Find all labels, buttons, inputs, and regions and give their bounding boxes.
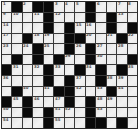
cell-r7c11[interactable]: [107, 65, 116, 75]
cell-r3c10[interactable]: [96, 23, 105, 33]
cell-r10c11[interactable]: 49: [107, 97, 116, 107]
cell-r10c10[interactable]: 48: [96, 97, 105, 107]
cell-r6c12[interactable]: [117, 55, 126, 65]
cell-r7c13[interactable]: 35: [128, 65, 137, 75]
clue-number: 33: [55, 65, 60, 69]
crossword-grid: 1234567891011121314151617181920212223242…: [1, 1, 138, 129]
clue-number: 18: [34, 33, 39, 37]
blocked-cell-r1c9: [86, 2, 95, 12]
cell-r3c12[interactable]: [117, 23, 126, 33]
blocked-cell-r6c6: [54, 55, 63, 65]
cell-r6c8[interactable]: [75, 55, 84, 65]
cell-r7c7[interactable]: [65, 65, 74, 75]
clue-number: 9: [3, 12, 6, 16]
cell-r8c4[interactable]: [33, 76, 42, 86]
cell-r6c5[interactable]: [44, 55, 53, 65]
blocked-cell-r6c13: [128, 55, 137, 65]
blocked-cell-r3c5: [44, 23, 53, 33]
cell-r12c8[interactable]: [75, 118, 84, 128]
cell-r4c4[interactable]: 18: [33, 34, 42, 44]
cell-r9c13[interactable]: [128, 87, 137, 97]
cell-r9c8[interactable]: 42: [75, 87, 84, 97]
cell-r8c3[interactable]: [23, 76, 32, 86]
blocked-cell-r8c7: [65, 76, 74, 86]
cell-r1c3[interactable]: 2: [23, 2, 32, 12]
cell-r8c6[interactable]: [54, 76, 63, 86]
cell-r10c6[interactable]: 47: [54, 97, 63, 107]
cell-r1c12[interactable]: 7: [117, 2, 126, 12]
clue-number: 30: [97, 54, 102, 58]
clue-number: 17: [3, 33, 8, 37]
clue-number: 40: [23, 86, 28, 90]
clue-number: 48: [97, 97, 102, 101]
clue-number: 43: [97, 86, 102, 90]
blocked-cell-r2c11: [107, 13, 116, 23]
clue-number: 19: [44, 33, 49, 37]
cell-r9c9[interactable]: [86, 87, 95, 97]
cell-r1c8[interactable]: 5: [75, 2, 84, 12]
clue-number: 25: [44, 44, 49, 48]
blocked-cell-r7c12: [117, 65, 126, 75]
clue-number: 16: [86, 23, 91, 27]
clue-number: 2: [23, 2, 26, 6]
blocked-cell-r9c11: [107, 87, 116, 97]
clue-number: 21: [107, 33, 112, 37]
cell-r4c13[interactable]: 22: [128, 34, 137, 44]
clue-number: 36: [3, 76, 8, 80]
cell-r4c5[interactable]: 19: [44, 34, 53, 44]
cell-r3c6[interactable]: [54, 23, 63, 33]
cell-r6c3[interactable]: [23, 55, 32, 65]
cell-r9c5[interactable]: 41: [44, 87, 53, 97]
blocked-cell-r8c5: [44, 76, 53, 86]
cell-r6c10[interactable]: 30: [96, 55, 105, 65]
cell-r1c11[interactable]: [107, 2, 116, 12]
blocked-cell-r10c9: [86, 97, 95, 107]
cell-r9c3[interactable]: 40: [23, 87, 32, 97]
cell-r8c11[interactable]: 38: [107, 76, 116, 86]
blocked-cell-r2c9: [86, 13, 95, 23]
blocked-cell-r3c7: [65, 23, 74, 33]
clue-number: 37: [76, 76, 81, 80]
clue-number: 44: [118, 86, 123, 90]
cell-r8c8[interactable]: 37: [75, 76, 84, 86]
cell-r7c9[interactable]: 34: [86, 65, 95, 75]
blocked-cell-r1c4: [33, 2, 42, 12]
clue-number: 8: [128, 2, 131, 6]
cell-r8c1[interactable]: 36: [2, 76, 11, 86]
blocked-cell-r4c7: [65, 34, 74, 44]
cell-r7c3[interactable]: [23, 65, 32, 75]
blocked-cell-r6c2: [12, 55, 21, 65]
cell-r2c2[interactable]: 10: [12, 13, 21, 23]
cell-r11c8[interactable]: [75, 108, 84, 118]
clue-number: 35: [128, 65, 133, 69]
clue-number: 34: [86, 65, 91, 69]
cell-r1c13[interactable]: 8: [128, 2, 137, 12]
blocked-cell-r4c3: [23, 34, 32, 44]
cell-r8c12[interactable]: 39: [117, 76, 126, 86]
clue-number: 39: [118, 76, 123, 80]
blocked-cell-r5c9: [86, 44, 95, 54]
cell-r10c8[interactable]: [75, 97, 84, 107]
cell-r1c1[interactable]: 1: [2, 2, 11, 12]
cell-r1c6[interactable]: 3: [54, 2, 63, 12]
blocked-cell-r10c3: [23, 97, 32, 107]
cell-r2c12[interactable]: 13: [117, 13, 126, 23]
cell-r5c13[interactable]: [128, 44, 137, 54]
blocked-cell-r7c5: [44, 65, 53, 75]
blocked-cell-r9c6: [54, 87, 63, 97]
clue-number: 38: [107, 76, 112, 80]
cell-r8c9[interactable]: [86, 76, 95, 86]
blocked-cell-r7c10: [96, 65, 105, 75]
cell-r7c4[interactable]: 32: [33, 65, 42, 75]
cell-r7c2[interactable]: 31: [12, 65, 21, 75]
cell-r12c1[interactable]: 54: [2, 118, 11, 128]
clue-number: 46: [34, 97, 39, 101]
cell-r2c6[interactable]: 12: [54, 13, 63, 23]
blocked-cell-r12c5: [44, 118, 53, 128]
cell-r8c13[interactable]: [128, 76, 137, 86]
cell-r2c10[interactable]: [96, 13, 105, 23]
cell-r2c8[interactable]: [75, 13, 84, 23]
cell-r2c1[interactable]: 9: [2, 13, 11, 23]
clue-number: 52: [65, 107, 70, 111]
cell-r11c7[interactable]: 52: [65, 108, 74, 118]
cell-r5c1[interactable]: 23: [2, 44, 11, 54]
blocked-cell-r4c8: [75, 34, 84, 44]
cell-r12c4[interactable]: [33, 118, 42, 128]
blocked-cell-r7c8: [75, 65, 84, 75]
cell-r1c10[interactable]: 6: [96, 2, 105, 12]
cell-r11c10[interactable]: 53: [96, 108, 105, 118]
clue-number: 42: [76, 86, 81, 90]
cell-r5c3[interactable]: 24: [23, 44, 32, 54]
cell-r12c3[interactable]: [23, 118, 32, 128]
cell-r5c12[interactable]: 28: [117, 44, 126, 54]
clue-number: 14: [3, 23, 8, 27]
clue-number: 53: [97, 107, 102, 111]
cell-r2c3[interactable]: [23, 13, 32, 23]
cell-r9c10[interactable]: 43: [96, 87, 105, 97]
cell-r6c1[interactable]: [2, 55, 11, 65]
blocked-cell-r8c10: [96, 76, 105, 86]
cell-r10c12[interactable]: [117, 97, 126, 107]
cell-r4c11[interactable]: 21: [107, 34, 116, 44]
cell-r4c1[interactable]: 17: [2, 34, 11, 44]
blocked-cell-r12c10: [96, 118, 105, 128]
clue-number: 49: [107, 97, 112, 101]
blocked-cell-r1c5: [44, 2, 53, 12]
cell-r4c10[interactable]: [96, 34, 105, 44]
cell-r3c9[interactable]: 16: [86, 23, 95, 33]
clue-number: 24: [23, 44, 28, 48]
cell-r2c4[interactable]: 11: [33, 13, 42, 23]
cell-r5c11[interactable]: [107, 44, 116, 54]
clue-number: 12: [55, 12, 60, 16]
blocked-cell-r2c5: [44, 13, 53, 23]
blocked-cell-r12c9: [86, 118, 95, 128]
cell-r11c13[interactable]: [128, 108, 137, 118]
cell-r11c11[interactable]: [107, 108, 116, 118]
blocked-cell-r5c4: [33, 44, 42, 54]
cell-r2c13[interactable]: [128, 13, 137, 23]
clue-number: 15: [76, 23, 81, 27]
blocked-cell-r4c12: [117, 34, 126, 44]
cell-r3c1[interactable]: 14: [2, 23, 11, 33]
cell-r7c6[interactable]: 33: [54, 65, 63, 75]
clue-number: 23: [3, 44, 8, 48]
clue-number: 5: [76, 2, 79, 6]
blocked-cell-r10c7: [65, 97, 74, 107]
cell-r8c2[interactable]: [12, 76, 21, 86]
cell-r10c4[interactable]: 46: [33, 97, 42, 107]
cell-r3c8[interactable]: 15: [75, 23, 84, 33]
blocked-cell-r6c4: [33, 55, 42, 65]
clue-number: 45: [13, 97, 18, 101]
clue-number: 6: [97, 2, 100, 6]
clue-number: 55: [55, 118, 60, 122]
clue-number: 26: [76, 44, 81, 48]
cell-r6c7[interactable]: 29: [65, 55, 74, 65]
clue-number: 22: [128, 33, 133, 37]
blocked-cell-r6c9: [86, 55, 95, 65]
clue-number: 54: [3, 118, 8, 122]
cell-r9c12[interactable]: 44: [117, 87, 126, 97]
cell-r3c3[interactable]: [23, 23, 32, 33]
blocked-cell-r7c1: [2, 65, 11, 75]
cell-r12c13[interactable]: [128, 118, 137, 128]
blocked-cell-r11c3: [23, 108, 32, 118]
cell-r5c6[interactable]: [54, 44, 63, 54]
clue-number: 27: [97, 44, 102, 48]
cell-r5c8[interactable]: 26: [75, 44, 84, 54]
clue-number: 29: [65, 54, 70, 58]
cell-r11c4[interactable]: [33, 108, 42, 118]
blocked-cell-r11c5: [44, 108, 53, 118]
clue-number: 10: [13, 12, 18, 16]
cell-r5c10[interactable]: 27: [96, 44, 105, 54]
blocked-cell-r9c2: [12, 87, 21, 97]
cell-r11c1[interactable]: 50: [2, 108, 11, 118]
blocked-cell-r11c9: [86, 108, 95, 118]
cell-r11c2[interactable]: [12, 108, 21, 118]
cell-r3c4[interactable]: [33, 23, 42, 33]
cell-r5c2[interactable]: [12, 44, 21, 54]
clue-number: 3: [55, 2, 58, 6]
blocked-cell-r5c7: [65, 44, 74, 54]
cell-r12c2[interactable]: [12, 118, 21, 128]
blocked-cell-r12c12: [117, 118, 126, 128]
blocked-cell-r10c1: [2, 97, 11, 107]
cell-r6c11[interactable]: [107, 55, 116, 65]
cell-r4c9[interactable]: 20: [86, 34, 95, 44]
cell-r2c7[interactable]: [65, 13, 74, 23]
blocked-cell-r9c7: [65, 87, 74, 97]
cell-r11c6[interactable]: 51: [54, 108, 63, 118]
cell-r9c4[interactable]: [33, 87, 42, 97]
blocked-cell-r3c11: [107, 23, 116, 33]
cell-r10c5[interactable]: [44, 97, 53, 107]
clue-number: 11: [34, 12, 39, 16]
cell-r12c11[interactable]: [107, 118, 116, 128]
clue-number: 51: [55, 107, 60, 111]
clue-number: 28: [118, 44, 123, 48]
blocked-cell-r1c2: [12, 2, 21, 12]
cell-r10c2[interactable]: 45: [12, 97, 21, 107]
cell-r10c13[interactable]: [128, 97, 137, 107]
clue-number: 7: [118, 2, 121, 6]
cell-r3c2[interactable]: [12, 23, 21, 33]
cell-r9c1[interactable]: [2, 87, 11, 97]
clue-number: 1: [3, 2, 6, 6]
clue-number: 4: [65, 2, 68, 6]
cell-r11c12[interactable]: [117, 108, 126, 118]
cell-r1c7[interactable]: 4: [65, 2, 74, 12]
clue-number: 32: [34, 65, 39, 69]
blocked-cell-r3c13: [128, 23, 137, 33]
clue-number: 13: [118, 12, 123, 16]
cell-r12c7[interactable]: [65, 118, 74, 128]
clue-number: 31: [13, 65, 18, 69]
clue-number: 41: [44, 86, 49, 90]
clue-number: 47: [55, 97, 60, 101]
cell-r4c6[interactable]: [54, 34, 63, 44]
clue-number: 50: [3, 107, 8, 111]
cell-r4c2[interactable]: [12, 34, 21, 44]
cell-r5c5[interactable]: 25: [44, 44, 53, 54]
clue-number: 20: [86, 33, 91, 37]
cell-r12c6[interactable]: 55: [54, 118, 63, 128]
